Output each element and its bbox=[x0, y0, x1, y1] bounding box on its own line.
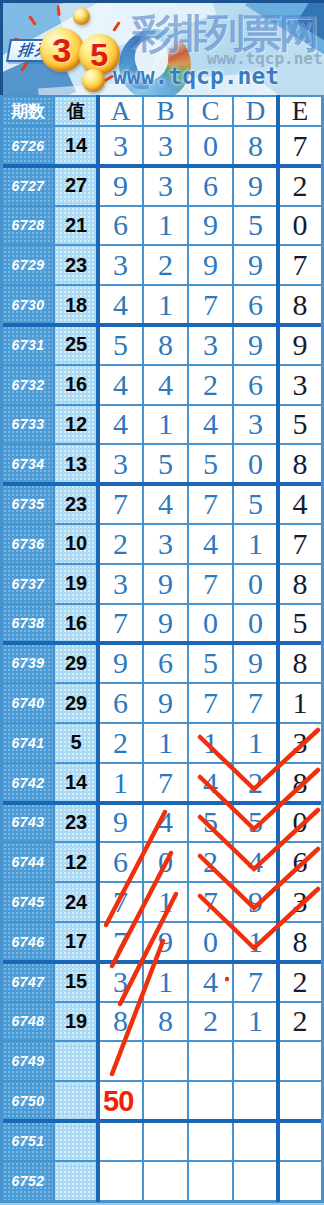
digit-cell: 0 bbox=[189, 923, 232, 961]
digit-cell: 5 bbox=[99, 326, 142, 364]
digit-cell: 7 bbox=[99, 485, 142, 523]
digit-cell bbox=[144, 1042, 187, 1080]
digit-cell: 3 bbox=[99, 246, 142, 284]
digit-cell: 2 bbox=[189, 843, 232, 881]
digit-cell: 0 bbox=[234, 565, 277, 603]
digit-cell: 7 bbox=[189, 485, 232, 523]
digit-cell bbox=[189, 1042, 232, 1080]
sum-cell: 10 bbox=[55, 525, 97, 563]
period-cell: 6747 bbox=[3, 963, 53, 1001]
digit-cell-e: 3 bbox=[279, 724, 321, 762]
digit-cell: 4 bbox=[99, 366, 142, 404]
period-cell: 6750 bbox=[3, 1082, 53, 1120]
digit-cell bbox=[234, 1162, 277, 1200]
digit-cell: 7 bbox=[189, 684, 232, 722]
digit-cell-e: 6 bbox=[279, 843, 321, 881]
digit-cell: 4 bbox=[144, 366, 187, 404]
digit-cell: 4 bbox=[144, 485, 187, 523]
sum-cell: 14 bbox=[55, 764, 97, 802]
period-cell: 6730 bbox=[3, 286, 53, 324]
digit-cell: 1 bbox=[144, 286, 187, 324]
period-cell: 6746 bbox=[3, 923, 53, 961]
sum-cell: 23 bbox=[55, 246, 97, 284]
digit-cell bbox=[144, 1122, 187, 1160]
digit-cell: 0 bbox=[234, 445, 277, 483]
digit-cell bbox=[189, 1082, 232, 1120]
digit-cell: 6 bbox=[189, 167, 232, 205]
digit-cell: 9 bbox=[99, 804, 142, 842]
period-cell: 6732 bbox=[3, 366, 53, 404]
digit-cell: 9 bbox=[99, 644, 142, 682]
digit-cell-e bbox=[279, 1162, 321, 1200]
digit-cell-e: 3 bbox=[279, 883, 321, 921]
sum-cell: 25 bbox=[55, 326, 97, 364]
digit-cell bbox=[144, 1082, 187, 1120]
sum-cell: 23 bbox=[55, 485, 97, 523]
digit-cell-e: 0 bbox=[279, 804, 321, 842]
digit-cell: 2 bbox=[99, 525, 142, 563]
digit-cell: 1 bbox=[144, 207, 187, 245]
digit-cell: 9 bbox=[189, 246, 232, 284]
period-cell: 6745 bbox=[3, 883, 53, 921]
digit-cell-e: 7 bbox=[279, 127, 321, 165]
group-separator bbox=[3, 323, 321, 327]
header-cell-A: A bbox=[99, 97, 142, 125]
digit-cell: 7 bbox=[144, 764, 187, 802]
digit-cell: 8 bbox=[234, 127, 277, 165]
gold-ball-small-top bbox=[73, 8, 90, 25]
period-cell: 6733 bbox=[3, 406, 53, 444]
digit-cell: 3 bbox=[99, 565, 142, 603]
sum-cell: 15 bbox=[55, 963, 97, 1001]
digit-cell: 4 bbox=[189, 525, 232, 563]
sum-cell: 24 bbox=[55, 883, 97, 921]
digit-cell-e: 4 bbox=[279, 485, 321, 523]
digit-cell: 0 bbox=[234, 605, 277, 643]
digit-cell: 1 bbox=[234, 1003, 277, 1041]
gold-ball-small-bottom bbox=[82, 69, 105, 92]
group-separator bbox=[3, 164, 321, 168]
group-separator bbox=[3, 641, 321, 645]
digit-cell-e: 9 bbox=[279, 326, 321, 364]
digit-cell: 4 bbox=[99, 286, 142, 324]
digit-cell: 9 bbox=[234, 326, 277, 364]
group-separator bbox=[3, 1119, 321, 1123]
digit-cell: 2 bbox=[189, 1003, 232, 1041]
period-cell: 6728 bbox=[3, 207, 53, 245]
digit-cell: 4 bbox=[189, 764, 232, 802]
header-cell-E: E bbox=[279, 97, 321, 125]
digit-cell: 0 bbox=[144, 843, 187, 881]
digit-cell: 2 bbox=[189, 366, 232, 404]
digit-cell: 1 bbox=[234, 525, 277, 563]
digit-cell: 7 bbox=[189, 883, 232, 921]
period-cell: 6751 bbox=[3, 1122, 53, 1160]
digit-cell: 5 bbox=[234, 804, 277, 842]
digit-cell bbox=[234, 1042, 277, 1080]
period-cell: 6742 bbox=[3, 764, 53, 802]
sum-cell: 19 bbox=[55, 565, 97, 603]
digit-cell: 9 bbox=[234, 883, 277, 921]
period-cell: 6752 bbox=[3, 1162, 53, 1200]
digit-cell: 6 bbox=[99, 843, 142, 881]
digit-cell: 6 bbox=[99, 684, 142, 722]
period-cell: 6738 bbox=[3, 605, 53, 643]
period-cell: 6743 bbox=[3, 804, 53, 842]
sum-cell: 27 bbox=[55, 167, 97, 205]
sum-cell: 13 bbox=[55, 445, 97, 483]
digit-cell bbox=[234, 1082, 277, 1120]
group-separator bbox=[3, 960, 321, 964]
period-cell: 6729 bbox=[3, 246, 53, 284]
ball-3: 3 bbox=[40, 28, 84, 72]
digit-cell: 6 bbox=[234, 366, 277, 404]
digit-cell bbox=[144, 1162, 187, 1200]
digit-cell-e: 5 bbox=[279, 406, 321, 444]
digit-cell-e bbox=[279, 1042, 321, 1080]
digit-cell: 5 bbox=[189, 644, 232, 682]
digit-cell: 1 bbox=[144, 406, 187, 444]
period-cell: 6731 bbox=[3, 326, 53, 364]
group-separator bbox=[3, 801, 321, 805]
column-separator bbox=[96, 95, 100, 1202]
banner: 彩排列票网 www.tqcp.net www.tqcp.net 排列 3 5 bbox=[0, 0, 324, 95]
digit-cell: 1 bbox=[189, 724, 232, 762]
digit-cell: 9 bbox=[144, 605, 187, 643]
sum-cell bbox=[55, 1122, 97, 1160]
sum-cell bbox=[55, 1082, 97, 1120]
header-cell-C: C bbox=[189, 97, 232, 125]
digit-cell-e: 8 bbox=[279, 565, 321, 603]
digit-cell-e: 5 bbox=[279, 605, 321, 643]
ball-5: 5 bbox=[79, 34, 120, 75]
sum-cell: 5 bbox=[55, 724, 97, 762]
sum-cell: 16 bbox=[55, 605, 97, 643]
header-cell-B: B bbox=[144, 97, 187, 125]
period-cell: 6734 bbox=[3, 445, 53, 483]
sum-cell: 23 bbox=[55, 804, 97, 842]
digit-cell: 9 bbox=[234, 167, 277, 205]
sum-cell: 17 bbox=[55, 923, 97, 961]
period-cell: 6741 bbox=[3, 724, 53, 762]
period-cell: 6736 bbox=[3, 525, 53, 563]
digit-cell: 2 bbox=[234, 764, 277, 802]
digit-cell: 5 bbox=[234, 207, 277, 245]
digit-cell bbox=[189, 1162, 232, 1200]
digit-cell: 3 bbox=[144, 167, 187, 205]
period-cell: 6737 bbox=[3, 565, 53, 603]
digit-cell: 7 bbox=[99, 923, 142, 961]
digit-cell: 9 bbox=[99, 167, 142, 205]
sum-cell: 19 bbox=[55, 1003, 97, 1041]
digit-cell bbox=[99, 1122, 142, 1160]
digit-cell-e: 0 bbox=[279, 207, 321, 245]
digit-cell: 7 bbox=[99, 605, 142, 643]
sum-cell: 12 bbox=[55, 843, 97, 881]
digit-cell-e: 8 bbox=[279, 644, 321, 682]
digit-cell: 3 bbox=[99, 445, 142, 483]
digit-cell-e: 8 bbox=[279, 764, 321, 802]
digit-cell: 1 bbox=[144, 963, 187, 1001]
sum-cell: 21 bbox=[55, 207, 97, 245]
sum-cell bbox=[55, 1162, 97, 1200]
period-cell: 6744 bbox=[3, 843, 53, 881]
digit-cell-e: 8 bbox=[279, 923, 321, 961]
digit-cell: 0 bbox=[189, 605, 232, 643]
period-cell: 6749 bbox=[3, 1042, 53, 1080]
digit-cell: 6 bbox=[234, 286, 277, 324]
sum-cell: 16 bbox=[55, 366, 97, 404]
digit-cell: 1 bbox=[234, 923, 277, 961]
digit-cell-e: 7 bbox=[279, 525, 321, 563]
digit-cell: 6 bbox=[99, 207, 142, 245]
period-cell: 6726 bbox=[3, 127, 53, 165]
ball-5-number: 5 bbox=[91, 39, 109, 71]
digit-cell: 4 bbox=[99, 406, 142, 444]
sum-cell: 14 bbox=[55, 127, 97, 165]
digit-cell: 5 bbox=[189, 804, 232, 842]
digit-cell: 8 bbox=[99, 1003, 142, 1041]
header-cell-值: 值 bbox=[55, 97, 97, 125]
sum-cell: 12 bbox=[55, 406, 97, 444]
digit-cell: 3 bbox=[144, 525, 187, 563]
digit-cell-e bbox=[279, 1082, 321, 1120]
digit-cell: 2 bbox=[144, 246, 187, 284]
digit-cell: 6 bbox=[144, 644, 187, 682]
digit-cell: 5 bbox=[144, 445, 187, 483]
digit-cell: 3 bbox=[234, 406, 277, 444]
period-cell: 6748 bbox=[3, 1003, 53, 1041]
digit-cell-e: 2 bbox=[279, 1003, 321, 1041]
digit-cell: 9 bbox=[234, 246, 277, 284]
digit-cell-e: 7 bbox=[279, 246, 321, 284]
period-cell: 6740 bbox=[3, 684, 53, 722]
digit-cell: 1 bbox=[144, 724, 187, 762]
digit-cell bbox=[234, 1122, 277, 1160]
digit-cell-e: 3 bbox=[279, 366, 321, 404]
digit-cell-e: 8 bbox=[279, 445, 321, 483]
digit-cell: 4 bbox=[144, 804, 187, 842]
digit-cell: 8 bbox=[144, 326, 187, 364]
digit-cell: 9 bbox=[144, 684, 187, 722]
digit-cell: 7 bbox=[189, 286, 232, 324]
digit-cell: 7 bbox=[189, 565, 232, 603]
digit-cell: 3 bbox=[189, 326, 232, 364]
digit-cell bbox=[99, 1162, 142, 1200]
header-cell-D: D bbox=[234, 97, 277, 125]
column-separator bbox=[276, 95, 280, 1202]
digit-cell: 3 bbox=[144, 127, 187, 165]
digit-cell: 2 bbox=[99, 724, 142, 762]
digit-cell: 8 bbox=[144, 1003, 187, 1041]
digit-cell: 50 bbox=[99, 1082, 142, 1120]
digit-cell: 4 bbox=[189, 963, 232, 1001]
period-cell: 6727 bbox=[3, 167, 53, 205]
digit-cell-e: 2 bbox=[279, 167, 321, 205]
sum-cell bbox=[55, 1042, 97, 1080]
handwritten-50-note: 50 bbox=[103, 1085, 133, 1118]
digit-cell bbox=[99, 1042, 142, 1080]
digit-cell: 9 bbox=[144, 565, 187, 603]
digit-cell: 7 bbox=[234, 963, 277, 1001]
sum-cell: 18 bbox=[55, 286, 97, 324]
digit-cell bbox=[189, 1122, 232, 1160]
digit-cell: 5 bbox=[189, 445, 232, 483]
period-cell: 6735 bbox=[3, 485, 53, 523]
digit-cell: 7 bbox=[234, 684, 277, 722]
digit-cell: 3 bbox=[99, 127, 142, 165]
group-separator bbox=[3, 482, 321, 486]
digit-cell-e: 2 bbox=[279, 963, 321, 1001]
sum-cell: 29 bbox=[55, 644, 97, 682]
digit-cell: 4 bbox=[234, 843, 277, 881]
digit-cell-e: 8 bbox=[279, 286, 321, 324]
digit-cell: 4 bbox=[189, 406, 232, 444]
digit-cell: 1 bbox=[144, 883, 187, 921]
digit-cell: 9 bbox=[189, 207, 232, 245]
period-cell: 6739 bbox=[3, 644, 53, 682]
digit-cell-e: 1 bbox=[279, 684, 321, 722]
digit-cell: 0 bbox=[189, 127, 232, 165]
digit-cell: 9 bbox=[234, 644, 277, 682]
digit-cell: 1 bbox=[234, 724, 277, 762]
site-url[interactable]: www.tqcp.net bbox=[113, 63, 279, 89]
pailie5-trend-chart-page: 彩排列票网 www.tqcp.net www.tqcp.net 排列 3 5 期… bbox=[0, 0, 324, 1205]
digit-cell-e bbox=[279, 1122, 321, 1160]
sum-cell: 29 bbox=[55, 684, 97, 722]
header-cell-期数: 期数 bbox=[3, 97, 53, 125]
digit-cell: 1 bbox=[99, 764, 142, 802]
digit-cell: 5 bbox=[234, 485, 277, 523]
ball-3-number: 3 bbox=[53, 33, 72, 67]
digit-cell: 3 bbox=[99, 963, 142, 1001]
digit-cell: 9 bbox=[144, 923, 187, 961]
digit-cell: 7 bbox=[99, 883, 142, 921]
